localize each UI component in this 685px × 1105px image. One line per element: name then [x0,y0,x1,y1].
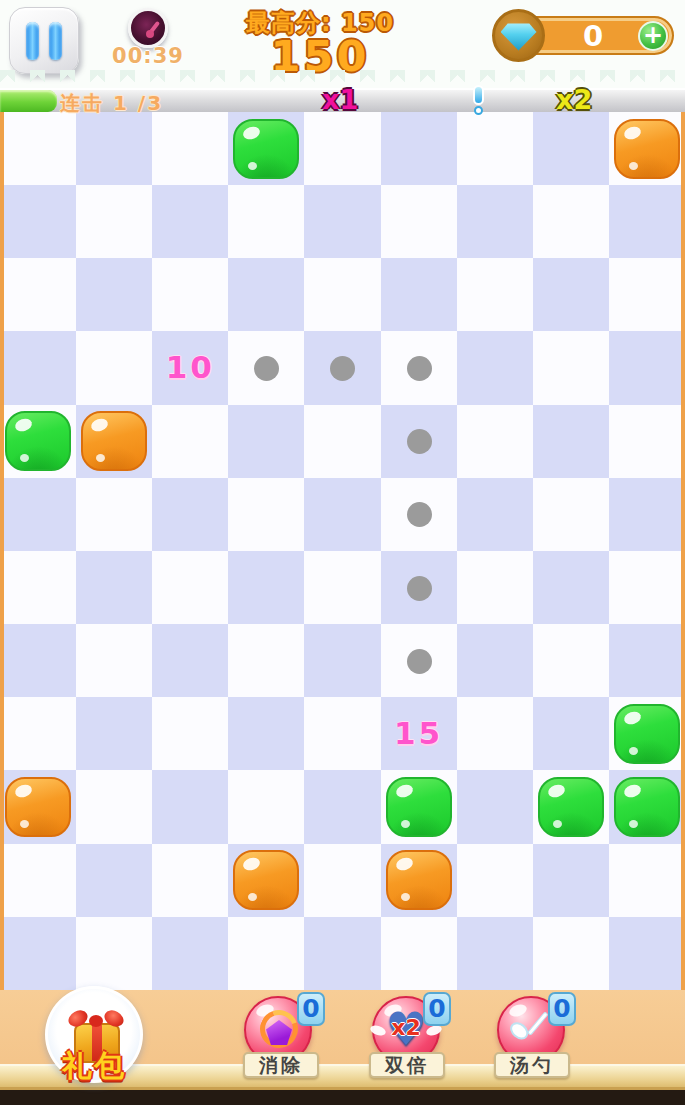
board-cell[interactable] [533,112,609,185]
board-cell[interactable] [304,551,380,624]
board-edge-right [681,112,685,990]
orange-jelly[interactable] [614,119,680,179]
board-cell[interactable] [609,844,685,917]
pause-icon [26,22,39,60]
board-cell[interactable] [533,697,609,770]
board-cell[interactable] [76,844,152,917]
gem-count-text: 0 [560,19,626,53]
board-cell[interactable] [533,185,609,258]
clock-hub [146,30,154,38]
board-cell[interactable] [152,624,228,697]
board-cell[interactable] [152,258,228,331]
board-cell[interactable] [533,478,609,551]
board-cell[interactable] [304,770,380,843]
board-cell[interactable] [0,844,76,917]
board-cell[interactable] [0,917,76,990]
board-cell[interactable] [609,185,685,258]
combo-progress-fill [0,90,57,112]
board-cell[interactable] [381,551,457,624]
board-cell[interactable] [228,258,304,331]
board-cell[interactable] [228,844,304,917]
board-cell[interactable] [304,844,380,917]
board-cell[interactable] [381,331,457,404]
gift-bow-knot [89,1015,103,1027]
board-cell[interactable] [228,405,304,478]
path-dot [407,502,432,527]
board-cell[interactable] [609,478,685,551]
board-cell[interactable] [457,258,533,331]
board-cell[interactable] [152,551,228,624]
board-cell[interactable] [457,478,533,551]
gift-pack-label: 礼包 [38,1046,150,1087]
orange-jelly[interactable] [386,850,452,910]
board-cell[interactable] [76,697,152,770]
board-cell[interactable] [381,405,457,478]
green-jelly[interactable] [614,704,680,764]
board-cell[interactable] [304,624,380,697]
board: 1015 [0,112,685,990]
board-cell[interactable] [152,112,228,185]
board-cell[interactable] [457,405,533,478]
board-cell[interactable] [152,185,228,258]
diamond-icon [492,9,545,62]
board-cell[interactable] [152,844,228,917]
board-cell[interactable] [0,624,76,697]
board-cell[interactable] [0,770,76,843]
board-cell[interactable] [381,258,457,331]
board-cell[interactable] [76,917,152,990]
marker-dot [474,106,483,115]
board-cell[interactable] [381,624,457,697]
board-cell[interactable] [457,185,533,258]
board-cell[interactable] [609,770,685,843]
board-cell[interactable] [533,770,609,843]
board-cell[interactable] [0,697,76,770]
board-cell[interactable] [228,112,304,185]
board-cell[interactable] [0,405,76,478]
board-cell[interactable] [304,697,380,770]
board-cell[interactable] [381,185,457,258]
board-cell[interactable] [533,258,609,331]
board-cell[interactable] [152,770,228,843]
board-cell[interactable] [0,551,76,624]
board-cell[interactable] [228,331,304,404]
board-cell[interactable] [381,478,457,551]
orange-jelly[interactable] [233,850,299,910]
board-cell[interactable] [76,185,152,258]
board-cell[interactable] [228,478,304,551]
threshold-marker-icon [472,85,488,117]
combo-counter-text: 连击 1 /3 [60,90,163,117]
board-cell[interactable] [304,258,380,331]
board-cell[interactable] [0,331,76,404]
board-cell[interactable] [304,478,380,551]
board-cell[interactable] [76,624,152,697]
board-cell[interactable] [152,478,228,551]
board-cell[interactable] [76,770,152,843]
spoon-handle [527,1011,549,1036]
board-cell[interactable] [76,478,152,551]
board-cell[interactable] [533,405,609,478]
board-cell[interactable] [304,112,380,185]
path-dot [407,576,432,601]
board-cell[interactable] [228,770,304,843]
board-cell[interactable] [304,331,380,404]
board-cell[interactable] [381,112,457,185]
board-cell[interactable] [533,844,609,917]
board-cell[interactable] [0,258,76,331]
green-jelly[interactable] [614,777,680,837]
board-cell[interactable] [152,405,228,478]
board-cell[interactable] [381,844,457,917]
board-cell[interactable] [0,478,76,551]
board-cell[interactable] [533,624,609,697]
spoon-label: 汤勺 [494,1052,570,1078]
board-cell[interactable] [609,405,685,478]
board-cell[interactable] [609,697,685,770]
green-jelly[interactable] [233,119,299,179]
board-cell[interactable] [228,551,304,624]
board-cell[interactable] [457,917,533,990]
path-dot [407,429,432,454]
board-cell[interactable] [76,112,152,185]
diamond-gem [501,21,537,51]
board-cell[interactable] [609,258,685,331]
board-cell[interactable] [457,697,533,770]
marker-bar [473,85,484,105]
game-screen: 00:39 最高分: 150 150 0 + 连击 1 /3 x1 x2 101… [0,0,685,1105]
orange-jelly[interactable] [5,777,71,837]
board-cell[interactable] [533,917,609,990]
multiplier-x2-text: x2 [556,84,592,115]
board-cell[interactable] [228,917,304,990]
green-jelly[interactable] [386,777,452,837]
board-cell[interactable] [76,551,152,624]
bottom-strip [0,1090,685,1105]
board-cell[interactable]: 15 [381,697,457,770]
double-label: 双倍 [369,1052,445,1078]
spoon-count-badge: 0 [548,992,576,1026]
board-cell[interactable] [76,405,152,478]
path-dot [330,356,355,381]
board-cell[interactable] [304,405,380,478]
eliminate-count-badge: 0 [297,992,325,1026]
board-cell[interactable] [228,697,304,770]
eliminate-label: 消除 [243,1052,319,1078]
board-edge-left [0,112,4,990]
board-cell[interactable] [0,185,76,258]
add-gems-button[interactable]: + [638,21,668,51]
board-cell[interactable] [152,917,228,990]
board-cell[interactable] [533,331,609,404]
board-cell[interactable] [0,112,76,185]
board-cell[interactable] [152,697,228,770]
board-cell[interactable] [457,770,533,843]
board-cell[interactable] [457,551,533,624]
board-cell[interactable] [457,624,533,697]
green-jelly[interactable] [5,411,71,471]
path-dot [407,649,432,674]
board-cell[interactable] [228,185,304,258]
multiplier-x1-text: x1 [322,84,358,115]
board-cell[interactable] [533,551,609,624]
board-cell[interactable] [381,770,457,843]
board-cell[interactable] [457,844,533,917]
board-cell[interactable] [304,917,380,990]
board-cell[interactable] [228,624,304,697]
board-cell[interactable]: 10 [152,331,228,404]
board-cell[interactable] [304,185,380,258]
path-dot [254,356,279,381]
board-cell[interactable] [609,624,685,697]
score-popup-label: 10 [152,349,228,385]
board-cell[interactable] [76,258,152,331]
board-cell[interactable] [76,331,152,404]
green-jelly[interactable] [538,777,604,837]
board-cell[interactable] [609,917,685,990]
orange-jelly[interactable] [81,411,147,471]
pause-icon [49,22,62,60]
board-cell[interactable] [609,331,685,404]
board-cell[interactable] [457,112,533,185]
clock-icon [128,8,168,48]
path-dot [407,356,432,381]
pause-button[interactable] [9,7,79,74]
board-cell[interactable] [381,917,457,990]
board-cell[interactable] [609,551,685,624]
board-cell[interactable] [609,112,685,185]
board-cell[interactable] [457,331,533,404]
score-popup-label: 15 [381,715,457,751]
double-count-badge: 0 [423,992,451,1026]
